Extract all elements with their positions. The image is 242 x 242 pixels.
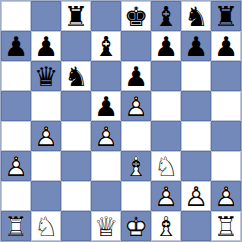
square-b5[interactable] (31, 91, 61, 121)
piece-white-pawn[interactable]: ♟♙ (151, 181, 181, 211)
square-g8[interactable]: ♞ (181, 1, 211, 31)
piece-white-queen[interactable]: ♛♕ (91, 211, 121, 241)
piece-outline-layer: ♘ (151, 151, 181, 181)
square-f3[interactable]: ♞♘ (151, 151, 181, 181)
piece-white-rook[interactable]: ♜♖ (211, 211, 241, 241)
piece-outline-layer: ♗ (151, 211, 181, 241)
square-a3[interactable]: ♟♙ (1, 151, 31, 181)
piece-outline-layer: ♙ (1, 151, 31, 181)
square-d6[interactable] (91, 61, 121, 91)
square-e8[interactable]: ♚ (121, 1, 151, 31)
square-d4[interactable]: ♟♙ (91, 121, 121, 151)
square-a1[interactable]: ♜♖ (1, 211, 31, 241)
piece-white-pawn[interactable]: ♟♙ (181, 181, 211, 211)
square-a7[interactable]: ♟ (1, 31, 31, 61)
piece-black-pawn[interactable]: ♟ (91, 91, 121, 121)
square-g4[interactable] (181, 121, 211, 151)
piece-white-knight[interactable]: ♞♘ (151, 151, 181, 181)
piece-white-king[interactable]: ♚♔ (121, 211, 151, 241)
piece-outline-layer: ♙ (151, 181, 181, 211)
piece-black-king[interactable]: ♚ (121, 1, 151, 31)
piece-outline-layer: ♙ (211, 181, 241, 211)
square-g5[interactable] (181, 91, 211, 121)
square-c1[interactable] (61, 211, 91, 241)
piece-white-pawn[interactable]: ♟♙ (1, 151, 31, 181)
square-g7[interactable]: ♟ (181, 31, 211, 61)
square-b6[interactable]: ♛ (31, 61, 61, 91)
square-f7[interactable]: ♟ (151, 31, 181, 61)
piece-black-pawn[interactable]: ♟ (1, 31, 31, 61)
piece-outline-layer: ♙ (181, 181, 211, 211)
square-h5[interactable] (211, 91, 241, 121)
square-d3[interactable] (91, 151, 121, 181)
piece-black-rook[interactable]: ♜ (61, 1, 91, 31)
piece-outline-layer: ♖ (1, 211, 31, 241)
piece-white-bishop[interactable]: ♝♗ (121, 151, 151, 181)
square-d1[interactable]: ♛♕ (91, 211, 121, 241)
square-h1[interactable]: ♜♖ (211, 211, 241, 241)
piece-white-knight[interactable]: ♞♘ (31, 211, 61, 241)
square-g3[interactable] (181, 151, 211, 181)
square-a5[interactable] (1, 91, 31, 121)
square-h3[interactable] (211, 151, 241, 181)
square-a8[interactable] (1, 1, 31, 31)
square-d8[interactable] (91, 1, 121, 31)
square-f8[interactable]: ♝ (151, 1, 181, 31)
piece-white-pawn[interactable]: ♟♙ (121, 91, 151, 121)
square-a6[interactable] (1, 61, 31, 91)
square-c7[interactable] (61, 31, 91, 61)
square-a4[interactable] (1, 121, 31, 151)
piece-black-pawn[interactable]: ♟ (151, 31, 181, 61)
chess-board[interactable]: ♜♚♝♞♜♟♟♝♟♟♟♛♞♟♟♟♙♟♙♟♙♟♙♝♗♞♘♟♙♟♙♟♙♜♖♞♘♛♕♚… (0, 0, 242, 242)
square-h7[interactable]: ♟ (211, 31, 241, 61)
square-e1[interactable]: ♚♔ (121, 211, 151, 241)
square-g6[interactable] (181, 61, 211, 91)
piece-black-bishop[interactable]: ♝ (91, 31, 121, 61)
piece-outline-layer: ♘ (31, 211, 61, 241)
square-d7[interactable]: ♝ (91, 31, 121, 61)
square-h6[interactable] (211, 61, 241, 91)
piece-black-bishop[interactable]: ♝ (151, 1, 181, 31)
square-f5[interactable] (151, 91, 181, 121)
square-c8[interactable]: ♜ (61, 1, 91, 31)
square-g2[interactable]: ♟♙ (181, 181, 211, 211)
square-e3[interactable]: ♝♗ (121, 151, 151, 181)
square-h8[interactable]: ♜ (211, 1, 241, 31)
piece-white-rook[interactable]: ♜♖ (1, 211, 31, 241)
piece-black-pawn[interactable]: ♟ (181, 31, 211, 61)
square-e2[interactable] (121, 181, 151, 211)
square-e5[interactable]: ♟♙ (121, 91, 151, 121)
square-c4[interactable] (61, 121, 91, 151)
square-b3[interactable] (31, 151, 61, 181)
square-f6[interactable] (151, 61, 181, 91)
square-b8[interactable] (31, 1, 61, 31)
piece-black-pawn[interactable]: ♟ (211, 31, 241, 61)
square-e7[interactable] (121, 31, 151, 61)
piece-white-pawn[interactable]: ♟♙ (91, 121, 121, 151)
piece-white-pawn[interactable]: ♟♙ (211, 181, 241, 211)
piece-white-pawn[interactable]: ♟♙ (31, 121, 61, 151)
piece-black-rook[interactable]: ♜ (211, 1, 241, 31)
piece-black-queen[interactable]: ♛ (31, 61, 61, 91)
square-f4[interactable] (151, 121, 181, 151)
square-d2[interactable] (91, 181, 121, 211)
square-e6[interactable]: ♟ (121, 61, 151, 91)
square-e4[interactable] (121, 121, 151, 151)
square-h2[interactable]: ♟♙ (211, 181, 241, 211)
piece-outline-layer: ♙ (31, 121, 61, 151)
square-b4[interactable]: ♟♙ (31, 121, 61, 151)
square-c5[interactable] (61, 91, 91, 121)
piece-black-knight[interactable]: ♞ (61, 61, 91, 91)
square-c3[interactable] (61, 151, 91, 181)
piece-black-pawn[interactable]: ♟ (121, 61, 151, 91)
piece-outline-layer: ♙ (121, 91, 151, 121)
piece-outline-layer: ♗ (121, 151, 151, 181)
square-d5[interactable]: ♟ (91, 91, 121, 121)
square-c2[interactable] (61, 181, 91, 211)
piece-white-bishop[interactable]: ♝♗ (151, 211, 181, 241)
square-c6[interactable]: ♞ (61, 61, 91, 91)
square-h4[interactable] (211, 121, 241, 151)
piece-outline-layer: ♙ (91, 121, 121, 151)
square-f1[interactable]: ♝♗ (151, 211, 181, 241)
square-b2[interactable] (31, 181, 61, 211)
piece-black-pawn[interactable]: ♟ (31, 31, 61, 61)
piece-black-knight[interactable]: ♞ (181, 1, 211, 31)
piece-outline-layer: ♔ (121, 211, 151, 241)
square-a2[interactable] (1, 181, 31, 211)
piece-outline-layer: ♖ (211, 211, 241, 241)
square-b7[interactable]: ♟ (31, 31, 61, 61)
square-g1[interactable] (181, 211, 211, 241)
square-b1[interactable]: ♞♘ (31, 211, 61, 241)
square-f2[interactable]: ♟♙ (151, 181, 181, 211)
piece-outline-layer: ♕ (91, 211, 121, 241)
